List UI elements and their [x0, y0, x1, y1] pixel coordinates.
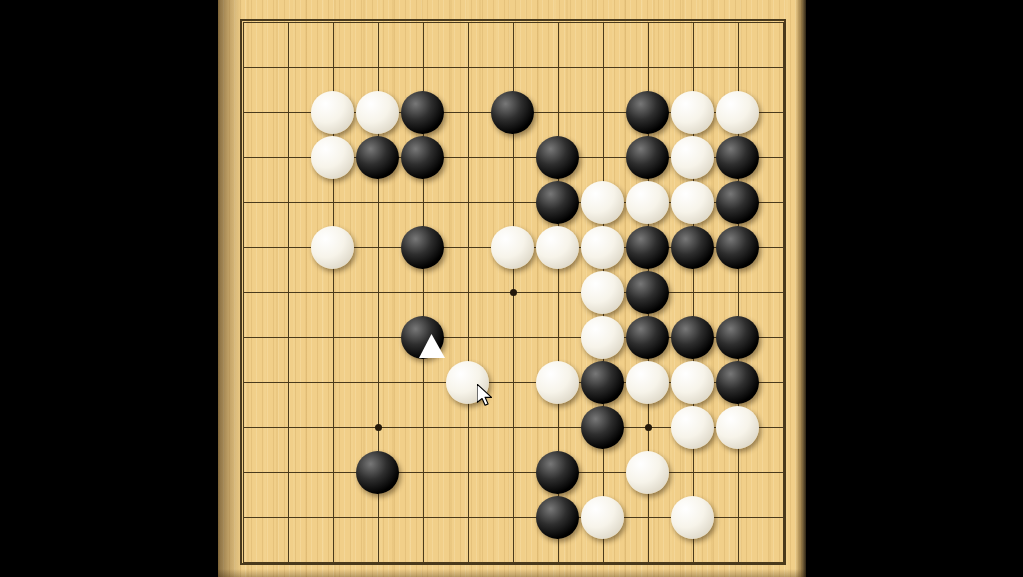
intersection-K3[interactable] — [625, 450, 670, 495]
black-stone — [626, 271, 669, 314]
intersection-J7[interactable] — [580, 270, 625, 315]
intersection-H1[interactable] — [535, 540, 580, 577]
intersection-M6[interactable] — [715, 315, 760, 360]
intersection-M8[interactable] — [715, 225, 760, 270]
white-stone — [671, 496, 714, 539]
black-stone — [671, 316, 714, 359]
black-stone — [536, 181, 579, 224]
intersection-L11[interactable] — [670, 90, 715, 135]
intersection-A11[interactable] — [220, 90, 265, 135]
intersection-N4[interactable] — [760, 405, 805, 450]
intersection-M12[interactable] — [715, 45, 760, 90]
intersection-B2[interactable] — [265, 495, 310, 540]
white-stone — [671, 406, 714, 449]
intersection-H2[interactable] — [535, 495, 580, 540]
intersection-K4[interactable] — [625, 405, 670, 450]
intersection-G5[interactable] — [490, 360, 535, 405]
intersection-D9[interactable] — [355, 180, 400, 225]
black-stone — [356, 136, 399, 179]
white-stone — [581, 181, 624, 224]
intersection-F2[interactable] — [445, 495, 490, 540]
intersection-B1[interactable] — [265, 540, 310, 577]
intersection-G6[interactable] — [490, 315, 535, 360]
intersection-N2[interactable] — [760, 495, 805, 540]
white-stone — [716, 91, 759, 134]
intersection-L8[interactable] — [670, 225, 715, 270]
white-stone — [671, 361, 714, 404]
intersection-M3[interactable] — [715, 450, 760, 495]
intersection-M2[interactable] — [715, 495, 760, 540]
intersection-L4[interactable] — [670, 405, 715, 450]
intersection-L2[interactable] — [670, 495, 715, 540]
intersection-B7[interactable] — [265, 270, 310, 315]
intersection-N11[interactable] — [760, 90, 805, 135]
white-stone — [581, 496, 624, 539]
intersection-E3[interactable] — [400, 450, 445, 495]
intersection-F10[interactable] — [445, 135, 490, 180]
intersection-E13[interactable] — [400, 0, 445, 45]
intersection-C11[interactable] — [310, 90, 355, 135]
intersection-A8[interactable] — [220, 225, 265, 270]
intersection-N10[interactable] — [760, 135, 805, 180]
intersection-K2[interactable] — [625, 495, 670, 540]
intersection-H8[interactable] — [535, 225, 580, 270]
white-stone — [311, 91, 354, 134]
intersection-B3[interactable] — [265, 450, 310, 495]
intersection-H3[interactable] — [535, 450, 580, 495]
intersection-H12[interactable] — [535, 45, 580, 90]
intersection-M4[interactable] — [715, 405, 760, 450]
intersection-G8[interactable] — [490, 225, 535, 270]
black-stone — [356, 451, 399, 494]
intersection-J12[interactable] — [580, 45, 625, 90]
board-cells — [220, 0, 805, 577]
intersection-E6[interactable] — [400, 315, 445, 360]
intersection-D13[interactable] — [355, 0, 400, 45]
black-stone — [491, 91, 534, 134]
intersection-L3[interactable] — [670, 450, 715, 495]
white-stone — [311, 226, 354, 269]
intersection-K12[interactable] — [625, 45, 670, 90]
intersection-D8[interactable] — [355, 225, 400, 270]
intersection-C7[interactable] — [310, 270, 355, 315]
intersection-D5[interactable] — [355, 360, 400, 405]
black-stone — [536, 496, 579, 539]
intersection-K6[interactable] — [625, 315, 670, 360]
intersection-J5[interactable] — [580, 360, 625, 405]
intersection-H10[interactable] — [535, 135, 580, 180]
mouse-cursor-icon — [477, 384, 492, 406]
black-stone — [716, 361, 759, 404]
intersection-A13[interactable] — [220, 0, 265, 45]
intersection-C13[interactable] — [310, 0, 355, 45]
intersection-F13[interactable] — [445, 0, 490, 45]
intersection-H5[interactable] — [535, 360, 580, 405]
intersection-A10[interactable] — [220, 135, 265, 180]
black-stone — [716, 181, 759, 224]
intersection-C6[interactable] — [310, 315, 355, 360]
intersection-J11[interactable] — [580, 90, 625, 135]
intersection-A1[interactable] — [220, 540, 265, 577]
intersection-C4[interactable] — [310, 405, 355, 450]
intersection-A6[interactable] — [220, 315, 265, 360]
intersection-M9[interactable] — [715, 180, 760, 225]
intersection-C1[interactable] — [310, 540, 355, 577]
go-board — [218, 0, 806, 577]
intersection-N8[interactable] — [760, 225, 805, 270]
intersection-L12[interactable] — [670, 45, 715, 90]
intersection-H7[interactable] — [535, 270, 580, 315]
intersection-G7[interactable] — [490, 270, 535, 315]
white-stone — [536, 361, 579, 404]
black-stone — [581, 406, 624, 449]
intersection-C2[interactable] — [310, 495, 355, 540]
black-stone — [626, 136, 669, 179]
intersection-K5[interactable] — [625, 360, 670, 405]
intersection-D10[interactable] — [355, 135, 400, 180]
intersection-C9[interactable] — [310, 180, 355, 225]
intersection-H11[interactable] — [535, 90, 580, 135]
white-stone — [626, 451, 669, 494]
black-stone — [401, 91, 444, 134]
intersection-D2[interactable] — [355, 495, 400, 540]
intersection-B11[interactable] — [265, 90, 310, 135]
intersection-L10[interactable] — [670, 135, 715, 180]
intersection-A12[interactable] — [220, 45, 265, 90]
intersection-C10[interactable] — [310, 135, 355, 180]
white-stone — [716, 406, 759, 449]
intersection-G13[interactable] — [490, 0, 535, 45]
black-stone — [401, 316, 444, 359]
intersection-B6[interactable] — [265, 315, 310, 360]
intersection-A9[interactable] — [220, 180, 265, 225]
black-stone — [536, 451, 579, 494]
intersection-J9[interactable] — [580, 180, 625, 225]
intersection-G12[interactable] — [490, 45, 535, 90]
intersection-F8[interactable] — [445, 225, 490, 270]
intersection-G10[interactable] — [490, 135, 535, 180]
intersection-L9[interactable] — [670, 180, 715, 225]
intersection-F1[interactable] — [445, 540, 490, 577]
black-stone — [671, 226, 714, 269]
intersection-J10[interactable] — [580, 135, 625, 180]
letterbox-left — [0, 0, 218, 577]
intersection-L5[interactable] — [670, 360, 715, 405]
intersection-A7[interactable] — [220, 270, 265, 315]
black-stone — [536, 136, 579, 179]
intersection-J3[interactable] — [580, 450, 625, 495]
intersection-B5[interactable] — [265, 360, 310, 405]
intersection-E12[interactable] — [400, 45, 445, 90]
black-stone — [626, 226, 669, 269]
intersection-B13[interactable] — [265, 0, 310, 45]
intersection-A2[interactable] — [220, 495, 265, 540]
black-stone — [401, 136, 444, 179]
intersection-F12[interactable] — [445, 45, 490, 90]
intersection-M11[interactable] — [715, 90, 760, 135]
intersection-N7[interactable] — [760, 270, 805, 315]
intersection-D4[interactable] — [355, 405, 400, 450]
white-stone — [626, 361, 669, 404]
intersection-H6[interactable] — [535, 315, 580, 360]
intersection-N1[interactable] — [760, 540, 805, 577]
intersection-F4[interactable] — [445, 405, 490, 450]
white-stone — [671, 91, 714, 134]
intersection-F6[interactable] — [445, 315, 490, 360]
intersection-F3[interactable] — [445, 450, 490, 495]
intersection-G3[interactable] — [490, 450, 535, 495]
letterbox-right — [806, 0, 1023, 577]
intersection-M1[interactable] — [715, 540, 760, 577]
black-stone — [401, 226, 444, 269]
intersection-M10[interactable] — [715, 135, 760, 180]
intersection-G11[interactable] — [490, 90, 535, 135]
intersection-N5[interactable] — [760, 360, 805, 405]
triangle-marker-icon — [419, 334, 445, 358]
intersection-E5[interactable] — [400, 360, 445, 405]
intersection-K8[interactable] — [625, 225, 670, 270]
intersection-N9[interactable] — [760, 180, 805, 225]
intersection-L7[interactable] — [670, 270, 715, 315]
white-stone — [356, 91, 399, 134]
intersection-D11[interactable] — [355, 90, 400, 135]
intersection-F9[interactable] — [445, 180, 490, 225]
intersection-B12[interactable] — [265, 45, 310, 90]
intersection-J4[interactable] — [580, 405, 625, 450]
intersection-E10[interactable] — [400, 135, 445, 180]
intersection-B10[interactable] — [265, 135, 310, 180]
intersection-M5[interactable] — [715, 360, 760, 405]
intersection-K7[interactable] — [625, 270, 670, 315]
intersection-E9[interactable] — [400, 180, 445, 225]
white-stone — [581, 271, 624, 314]
white-stone — [311, 136, 354, 179]
white-stone — [671, 136, 714, 179]
intersection-A5[interactable] — [220, 360, 265, 405]
intersection-G1[interactable] — [490, 540, 535, 577]
video-frame — [0, 0, 1023, 577]
intersection-B9[interactable] — [265, 180, 310, 225]
intersection-E8[interactable] — [400, 225, 445, 270]
intersection-G9[interactable] — [490, 180, 535, 225]
intersection-B8[interactable] — [265, 225, 310, 270]
intersection-F7[interactable] — [445, 270, 490, 315]
intersection-E4[interactable] — [400, 405, 445, 450]
black-stone — [716, 316, 759, 359]
intersection-A4[interactable] — [220, 405, 265, 450]
white-stone — [581, 226, 624, 269]
black-stone — [626, 91, 669, 134]
intersection-L6[interactable] — [670, 315, 715, 360]
intersection-E11[interactable] — [400, 90, 445, 135]
intersection-J8[interactable] — [580, 225, 625, 270]
intersection-H9[interactable] — [535, 180, 580, 225]
intersection-H4[interactable] — [535, 405, 580, 450]
intersection-E7[interactable] — [400, 270, 445, 315]
intersection-K1[interactable] — [625, 540, 670, 577]
intersection-K13[interactable] — [625, 0, 670, 45]
black-stone — [716, 136, 759, 179]
intersection-L1[interactable] — [670, 540, 715, 577]
intersection-A3[interactable] — [220, 450, 265, 495]
intersection-M13[interactable] — [715, 0, 760, 45]
intersection-E1[interactable] — [400, 540, 445, 577]
intersection-D7[interactable] — [355, 270, 400, 315]
intersection-B4[interactable] — [265, 405, 310, 450]
white-stone — [581, 316, 624, 359]
intersection-K9[interactable] — [625, 180, 670, 225]
intersection-J6[interactable] — [580, 315, 625, 360]
intersection-J1[interactable] — [580, 540, 625, 577]
intersection-D12[interactable] — [355, 45, 400, 90]
intersection-D6[interactable] — [355, 315, 400, 360]
intersection-D3[interactable] — [355, 450, 400, 495]
intersection-K11[interactable] — [625, 90, 670, 135]
intersection-N6[interactable] — [760, 315, 805, 360]
intersection-N13[interactable] — [760, 0, 805, 45]
intersection-C12[interactable] — [310, 45, 355, 90]
intersection-H13[interactable] — [535, 0, 580, 45]
intersection-C8[interactable] — [310, 225, 355, 270]
intersection-C3[interactable] — [310, 450, 355, 495]
intersection-J2[interactable] — [580, 495, 625, 540]
white-stone — [671, 181, 714, 224]
intersection-G2[interactable] — [490, 495, 535, 540]
intersection-E2[interactable] — [400, 495, 445, 540]
black-stone — [581, 361, 624, 404]
intersection-C5[interactable] — [310, 360, 355, 405]
black-stone — [716, 226, 759, 269]
intersection-L13[interactable] — [670, 0, 715, 45]
black-stone — [626, 316, 669, 359]
white-stone — [491, 226, 534, 269]
intersection-N3[interactable] — [760, 450, 805, 495]
intersection-D1[interactable] — [355, 540, 400, 577]
intersection-G4[interactable] — [490, 405, 535, 450]
intersection-N12[interactable] — [760, 45, 805, 90]
intersection-F11[interactable] — [445, 90, 490, 135]
intersection-M7[interactable] — [715, 270, 760, 315]
white-stone — [626, 181, 669, 224]
intersection-J13[interactable] — [580, 0, 625, 45]
intersection-K10[interactable] — [625, 135, 670, 180]
white-stone — [536, 226, 579, 269]
